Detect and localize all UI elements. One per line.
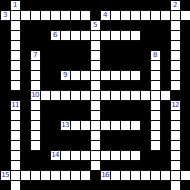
white-cell-r10-c1[interactable]: 11: [11, 101, 20, 110]
white-cell-r7-c10[interactable]: [101, 71, 110, 80]
black-cell-r4-c15: [151, 41, 160, 50]
black-cell-r16-c7: [71, 161, 80, 170]
white-cell-r1-c7[interactable]: [71, 11, 80, 20]
clue-number-11: 11: [11, 101, 20, 110]
black-cell-r8-c7: [71, 81, 80, 90]
white-cell-r12-c9[interactable]: [91, 121, 100, 130]
white-cell-r4-c1[interactable]: [11, 41, 20, 50]
black-cell-r4-c3: [31, 41, 40, 50]
white-cell-r15-c5[interactable]: 14: [51, 151, 60, 160]
black-cell-r12-c4: [41, 121, 50, 130]
white-cell-r9-c14[interactable]: [141, 91, 150, 100]
black-cell-r8-c11: [111, 81, 120, 90]
black-cell-r6-c11: [111, 61, 120, 70]
white-cell-r1-c4[interactable]: [41, 11, 50, 20]
black-cell-r2-c18: [181, 21, 190, 30]
white-cell-r10-c17[interactable]: 12: [171, 101, 180, 110]
black-cell-r4-c2: [21, 41, 30, 50]
black-cell-r0-c10: [101, 1, 110, 10]
white-cell-r1-c6[interactable]: [61, 11, 70, 20]
white-cell-r17-c10[interactable]: 16: [101, 171, 110, 180]
black-cell-r13-c14: [141, 131, 150, 140]
white-cell-r12-c12[interactable]: [121, 121, 130, 130]
black-cell-r0-c8: [81, 1, 90, 10]
white-cell-r15-c13[interactable]: [131, 151, 140, 160]
black-cell-r15-c3: [31, 151, 40, 160]
black-cell-r18-c2: [21, 181, 30, 190]
black-cell-r13-c16: [161, 131, 170, 140]
white-cell-r11-c9[interactable]: [91, 111, 100, 120]
black-cell-r11-c5: [51, 111, 60, 120]
black-cell-r0-c6: [61, 1, 70, 10]
white-cell-r5-c15[interactable]: 8: [151, 51, 160, 60]
white-cell-r9-c9[interactable]: [91, 91, 100, 100]
black-cell-r8-c4: [41, 81, 50, 90]
clue-number-4: 4: [101, 11, 110, 20]
white-cell-r3-c17[interactable]: [171, 31, 180, 40]
white-cell-r6-c1[interactable]: [11, 61, 20, 70]
black-cell-r10-c13: [131, 101, 140, 110]
white-cell-r12-c13[interactable]: [131, 121, 140, 130]
white-cell-r8-c3[interactable]: [31, 81, 40, 90]
black-cell-r5-c12: [121, 51, 130, 60]
white-cell-r4-c17[interactable]: [171, 41, 180, 50]
black-cell-r1-c9: [91, 11, 100, 20]
white-cell-r18-c1[interactable]: [11, 181, 20, 190]
white-cell-r17-c17[interactable]: [171, 171, 180, 180]
white-cell-r12-c17[interactable]: [171, 121, 180, 130]
white-cell-r2-c1[interactable]: [11, 21, 20, 30]
white-cell-r3-c13[interactable]: [131, 31, 140, 40]
black-cell-r6-c8: [81, 61, 90, 70]
black-cell-r4-c5: [51, 41, 60, 50]
black-cell-r2-c7: [71, 21, 80, 30]
black-cell-r0-c9: [91, 1, 100, 10]
white-cell-r10-c3[interactable]: [31, 101, 40, 110]
white-cell-r11-c15[interactable]: [151, 111, 160, 120]
black-cell-r5-c7: [71, 51, 80, 60]
white-cell-r7-c9[interactable]: [91, 71, 100, 80]
white-cell-r1-c12[interactable]: [121, 11, 130, 20]
white-cell-r0-c17[interactable]: 2: [171, 1, 180, 10]
white-cell-r12-c15[interactable]: [151, 121, 160, 130]
black-cell-r10-c11: [111, 101, 120, 110]
black-cell-r10-c16: [161, 101, 170, 110]
black-cell-r5-c2: [21, 51, 30, 60]
white-cell-r3-c6[interactable]: [61, 31, 70, 40]
white-cell-r6-c15[interactable]: [151, 61, 160, 70]
black-cell-r7-c5: [51, 71, 60, 80]
clue-number-6: 6: [51, 31, 60, 40]
black-cell-r15-c14: [141, 151, 150, 160]
black-cell-r4-c4: [41, 41, 50, 50]
white-cell-r11-c3[interactable]: [31, 111, 40, 120]
black-cell-r0-c16: [161, 1, 170, 10]
white-cell-r15-c7[interactable]: [71, 151, 80, 160]
black-cell-r2-c6: [61, 21, 70, 30]
clue-number-12: 12: [171, 101, 180, 110]
white-cell-r17-c4[interactable]: [41, 171, 50, 180]
black-cell-r18-c15: [151, 181, 160, 190]
white-cell-r7-c11[interactable]: [111, 71, 120, 80]
black-cell-r10-c5: [51, 101, 60, 110]
white-cell-r1-c13[interactable]: [131, 11, 140, 20]
black-cell-r15-c2: [21, 151, 30, 160]
white-cell-r12-c8[interactable]: [81, 121, 90, 130]
black-cell-r15-c15: [151, 151, 160, 160]
white-cell-r17-c11[interactable]: [111, 171, 120, 180]
black-cell-r7-c16: [161, 71, 170, 80]
black-cell-r11-c8: [81, 111, 90, 120]
black-cell-r15-c0: [1, 151, 10, 160]
black-cell-r8-c18: [181, 81, 190, 90]
white-cell-r17-c7[interactable]: [71, 171, 80, 180]
black-cell-r11-c4: [41, 111, 50, 120]
white-cell-r1-c10[interactable]: 4: [101, 11, 110, 20]
black-cell-r8-c5: [51, 81, 60, 90]
black-cell-r2-c10: [101, 21, 110, 30]
black-cell-r14-c8: [81, 141, 90, 150]
clue-number-2: 2: [171, 1, 180, 10]
white-cell-r1-c11[interactable]: [111, 11, 120, 20]
white-cell-r7-c15[interactable]: [151, 71, 160, 80]
white-cell-r11-c17[interactable]: [171, 111, 180, 120]
white-cell-r9-c12[interactable]: [121, 91, 130, 100]
white-cell-r6-c3[interactable]: [31, 61, 40, 70]
white-cell-r15-c10[interactable]: [101, 151, 110, 160]
black-cell-r0-c12: [121, 1, 130, 10]
black-cell-r8-c12: [121, 81, 130, 90]
black-cell-r4-c13: [131, 41, 140, 50]
black-cell-r16-c16: [161, 161, 170, 170]
white-cell-r13-c9[interactable]: [91, 131, 100, 140]
black-cell-r9-c2: [21, 91, 30, 100]
black-cell-r14-c14: [141, 141, 150, 150]
white-cell-r6-c9[interactable]: [91, 61, 100, 70]
black-cell-r14-c12: [121, 141, 130, 150]
white-cell-r3-c5[interactable]: 6: [51, 31, 60, 40]
black-cell-r2-c12: [121, 21, 130, 30]
white-cell-r0-c1[interactable]: 1: [11, 1, 20, 10]
black-cell-r12-c0: [1, 121, 10, 130]
white-cell-r17-c18[interactable]: [181, 171, 190, 180]
black-cell-r0-c0: [1, 1, 10, 10]
black-cell-r11-c6: [61, 111, 70, 120]
white-cell-r15-c11[interactable]: [111, 151, 120, 160]
black-cell-r0-c2: [21, 1, 30, 10]
white-cell-r9-c15[interactable]: [151, 91, 160, 100]
black-cell-r11-c7: [71, 111, 80, 120]
black-cell-r14-c5: [51, 141, 60, 150]
black-cell-r11-c2: [21, 111, 30, 120]
white-cell-r7-c1[interactable]: [11, 71, 20, 80]
black-cell-r4-c16: [161, 41, 170, 50]
black-cell-r16-c8: [81, 161, 90, 170]
black-cell-r5-c13: [131, 51, 140, 60]
white-cell-r17-c0[interactable]: 15: [1, 171, 10, 180]
black-cell-r4-c0: [1, 41, 10, 50]
black-cell-r3-c4: [41, 31, 50, 40]
white-cell-r3-c12[interactable]: [121, 31, 130, 40]
white-cell-r1-c14[interactable]: [141, 11, 150, 20]
black-cell-r5-c0: [1, 51, 10, 60]
white-cell-r9-c8[interactable]: [81, 91, 90, 100]
white-cell-r3-c7[interactable]: [71, 31, 80, 40]
white-cell-r12-c7[interactable]: [71, 121, 80, 130]
white-cell-r14-c1[interactable]: [11, 141, 20, 150]
black-cell-r13-c7: [71, 131, 80, 140]
black-cell-r16-c0: [1, 161, 10, 170]
white-cell-r1-c3[interactable]: [31, 11, 40, 20]
clue-number-7: 7: [31, 51, 40, 60]
white-cell-r11-c1[interactable]: [11, 111, 20, 120]
white-cell-r1-c8[interactable]: [81, 11, 90, 20]
black-cell-r10-c6: [61, 101, 70, 110]
black-cell-r7-c4: [41, 71, 50, 80]
white-cell-r1-c1[interactable]: [11, 11, 20, 20]
white-cell-r3-c10[interactable]: [101, 31, 110, 40]
white-cell-r17-c8[interactable]: [81, 171, 90, 180]
black-cell-r2-c14: [141, 21, 150, 30]
black-cell-r5-c4: [41, 51, 50, 60]
white-cell-r17-c14[interactable]: [141, 171, 150, 180]
black-cell-r2-c8: [81, 21, 90, 30]
black-cell-r10-c8: [81, 101, 90, 110]
white-cell-r16-c17[interactable]: [171, 161, 180, 170]
black-cell-r8-c8: [81, 81, 90, 90]
black-cell-r10-c12: [121, 101, 130, 110]
black-cell-r8-c6: [61, 81, 70, 90]
white-cell-r17-c2[interactable]: [21, 171, 30, 180]
white-cell-r13-c17[interactable]: [171, 131, 180, 140]
white-cell-r17-c1[interactable]: [11, 171, 20, 180]
black-cell-r6-c4: [41, 61, 50, 70]
white-cell-r14-c3[interactable]: [31, 141, 40, 150]
white-cell-r7-c17[interactable]: [171, 71, 180, 80]
black-cell-r0-c7: [71, 1, 80, 10]
black-cell-r4-c6: [61, 41, 70, 50]
white-cell-r8-c1[interactable]: [11, 81, 20, 90]
white-cell-r16-c9[interactable]: [91, 161, 100, 170]
black-cell-r12-c5: [51, 121, 60, 130]
black-cell-r16-c14: [141, 161, 150, 170]
black-cell-r14-c10: [101, 141, 110, 150]
black-cell-r13-c4: [41, 131, 50, 140]
clue-number-10: 10: [31, 91, 40, 100]
black-cell-r7-c18: [181, 71, 190, 80]
black-cell-r16-c4: [41, 161, 50, 170]
black-cell-r8-c2: [21, 81, 30, 90]
black-cell-r5-c18: [181, 51, 190, 60]
black-cell-r18-c4: [41, 181, 50, 190]
white-cell-r1-c17[interactable]: [171, 11, 180, 20]
white-cell-r3-c8[interactable]: [81, 31, 90, 40]
black-cell-r10-c10: [101, 101, 110, 110]
black-cell-r3-c14: [141, 31, 150, 40]
black-cell-r3-c2: [21, 31, 30, 40]
white-cell-r9-c4[interactable]: [41, 91, 50, 100]
white-cell-r1-c15[interactable]: [151, 11, 160, 20]
black-cell-r6-c2: [21, 61, 30, 70]
white-cell-r4-c9[interactable]: [91, 41, 100, 50]
black-cell-r18-c11: [111, 181, 120, 190]
black-cell-r16-c11: [111, 161, 120, 170]
white-cell-r12-c10[interactable]: [101, 121, 110, 130]
black-cell-r12-c14: [141, 121, 150, 130]
white-cell-r9-c16[interactable]: [161, 91, 170, 100]
black-cell-r0-c15: [151, 1, 160, 10]
white-cell-r8-c9[interactable]: [91, 81, 100, 90]
black-cell-r18-c3: [31, 181, 40, 190]
white-cell-r13-c3[interactable]: [31, 131, 40, 140]
black-cell-r18-c13: [131, 181, 140, 190]
white-cell-r5-c17[interactable]: [171, 51, 180, 60]
black-cell-r6-c18: [181, 61, 190, 70]
black-cell-r18-c9: [91, 181, 100, 190]
black-cell-r14-c18: [181, 141, 190, 150]
white-cell-r1-c5[interactable]: [51, 11, 60, 20]
black-cell-r10-c2: [21, 101, 30, 110]
white-cell-r5-c3[interactable]: 7: [31, 51, 40, 60]
black-cell-r2-c16: [161, 21, 170, 30]
white-cell-r17-c3[interactable]: [31, 171, 40, 180]
white-cell-r14-c17[interactable]: [171, 141, 180, 150]
black-cell-r6-c14: [141, 61, 150, 70]
white-cell-r7-c13[interactable]: [131, 71, 140, 80]
white-cell-r1-c2[interactable]: [21, 11, 30, 20]
black-cell-r9-c1: [11, 91, 20, 100]
white-cell-r17-c5[interactable]: [51, 171, 60, 180]
black-cell-r11-c14: [141, 111, 150, 120]
white-cell-r15-c6[interactable]: [61, 151, 70, 160]
black-cell-r11-c11: [111, 111, 120, 120]
white-cell-r9-c6[interactable]: [61, 91, 70, 100]
white-cell-r1-c18[interactable]: [181, 11, 190, 20]
white-cell-r3-c9[interactable]: [91, 31, 100, 40]
white-cell-r9-c13[interactable]: [131, 91, 140, 100]
black-cell-r2-c5: [51, 21, 60, 30]
white-cell-r3-c11[interactable]: [111, 31, 120, 40]
black-cell-r0-c14: [141, 1, 150, 10]
black-cell-r17-c9: [91, 171, 100, 180]
white-cell-r15-c9[interactable]: [91, 151, 100, 160]
white-cell-r12-c1[interactable]: [11, 121, 20, 130]
black-cell-r13-c12: [121, 131, 130, 140]
black-cell-r10-c7: [71, 101, 80, 110]
black-cell-r6-c5: [51, 61, 60, 70]
white-cell-r7-c8[interactable]: [81, 71, 90, 80]
black-cell-r0-c18: [181, 1, 190, 10]
white-cell-r9-c3[interactable]: 10: [31, 91, 40, 100]
white-cell-r13-c15[interactable]: [151, 131, 160, 140]
white-cell-r12-c6[interactable]: 13: [61, 121, 70, 130]
black-cell-r7-c14: [141, 71, 150, 80]
white-cell-r15-c17[interactable]: [171, 151, 180, 160]
white-cell-r6-c17[interactable]: [171, 61, 180, 70]
white-cell-r12-c3[interactable]: [31, 121, 40, 130]
black-cell-r10-c18: [181, 101, 190, 110]
white-cell-r8-c15[interactable]: [151, 81, 160, 90]
black-cell-r2-c13: [131, 21, 140, 30]
black-cell-r5-c11: [111, 51, 120, 60]
black-cell-r2-c3: [31, 21, 40, 30]
white-cell-r7-c3[interactable]: [31, 71, 40, 80]
black-cell-r18-c0: [1, 181, 10, 190]
black-cell-r0-c3: [31, 1, 40, 10]
black-cell-r13-c8: [81, 131, 90, 140]
white-cell-r18-c17[interactable]: [171, 181, 180, 190]
black-cell-r16-c15: [151, 161, 160, 170]
white-cell-r10-c15[interactable]: [151, 101, 160, 110]
white-cell-r14-c9[interactable]: [91, 141, 100, 150]
black-cell-r6-c6: [61, 61, 70, 70]
white-cell-r9-c5[interactable]: [51, 91, 60, 100]
black-cell-r13-c5: [51, 131, 60, 140]
white-cell-r9-c10[interactable]: [101, 91, 110, 100]
black-cell-r14-c0: [1, 141, 10, 150]
black-cell-r3-c15: [151, 31, 160, 40]
clue-number-3: 3: [1, 11, 10, 20]
white-cell-r7-c7[interactable]: [71, 71, 80, 80]
white-cell-r9-c11[interactable]: [111, 91, 120, 100]
white-cell-r2-c17[interactable]: [171, 21, 180, 30]
black-cell-r6-c12: [121, 61, 130, 70]
white-cell-r1-c0[interactable]: 3: [1, 11, 10, 20]
black-cell-r6-c7: [71, 61, 80, 70]
white-cell-r13-c1[interactable]: [11, 131, 20, 140]
black-cell-r11-c0: [1, 111, 10, 120]
black-cell-r13-c10: [101, 131, 110, 140]
white-cell-r5-c1[interactable]: [11, 51, 20, 60]
white-cell-r3-c1[interactable]: [11, 31, 20, 40]
black-cell-r6-c10: [101, 61, 110, 70]
white-cell-r17-c13[interactable]: [131, 171, 140, 180]
black-cell-r9-c0: [1, 91, 10, 100]
white-cell-r7-c6[interactable]: 9: [61, 71, 70, 80]
white-cell-r10-c9[interactable]: [91, 101, 100, 110]
white-cell-r5-c9[interactable]: [91, 51, 100, 60]
white-cell-r15-c8[interactable]: [81, 151, 90, 160]
white-cell-r9-c7[interactable]: [71, 91, 80, 100]
black-cell-r4-c11: [111, 41, 120, 50]
white-cell-r17-c16[interactable]: [161, 171, 170, 180]
black-cell-r16-c5: [51, 161, 60, 170]
black-cell-r11-c18: [181, 111, 190, 120]
black-cell-r13-c11: [111, 131, 120, 140]
black-cell-r12-c2: [21, 121, 30, 130]
white-cell-r1-c16[interactable]: [161, 11, 170, 20]
white-cell-r8-c17[interactable]: [171, 81, 180, 90]
black-cell-r4-c10: [101, 41, 110, 50]
white-cell-r7-c12[interactable]: [121, 71, 130, 80]
black-cell-r16-c10: [101, 161, 110, 170]
white-cell-r2-c9[interactable]: 5: [91, 21, 100, 30]
black-cell-r15-c18: [181, 151, 190, 160]
black-cell-r3-c3: [31, 31, 40, 40]
white-cell-r17-c15[interactable]: [151, 171, 160, 180]
white-cell-r17-c12[interactable]: [121, 171, 130, 180]
white-cell-r16-c1[interactable]: [11, 161, 20, 170]
black-cell-r14-c2: [21, 141, 30, 150]
white-cell-r14-c15[interactable]: [151, 141, 160, 150]
white-cell-r15-c1[interactable]: [11, 151, 20, 160]
black-cell-r0-c4: [41, 1, 50, 10]
clue-number-1: 1: [11, 1, 20, 10]
white-cell-r15-c12[interactable]: [121, 151, 130, 160]
white-cell-r12-c11[interactable]: [111, 121, 120, 130]
white-cell-r17-c6[interactable]: [61, 171, 70, 180]
black-cell-r8-c16: [161, 81, 170, 90]
